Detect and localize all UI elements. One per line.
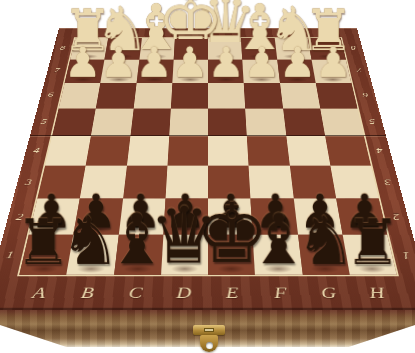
latch-hasp (200, 335, 218, 352)
square-c7: ♟ (136, 60, 173, 83)
square-c5 (130, 108, 171, 136)
square-e4 (208, 136, 249, 166)
file-label-e: E (208, 284, 257, 302)
light-pawn-c7: ♟ (136, 41, 173, 83)
square-d7: ♟ (172, 60, 208, 83)
square-d1: ♛ (161, 235, 208, 275)
light-pawn-d7: ♟ (171, 41, 208, 83)
chess-set-product-photo: ♜♞♝♚♛♝♞♜♟♟♟♟♟♟♟♟♟♟♟♟♟♟♟♟♜♞♝♛♚♝♞♜ ABCDEFG… (0, 0, 415, 353)
file-label-d: D (159, 284, 208, 302)
square-b1: ♞ (66, 235, 118, 275)
latch-hole (206, 342, 213, 349)
square-d6 (171, 83, 208, 108)
square-b6 (96, 83, 136, 108)
light-pawn-a7: ♟ (64, 41, 101, 83)
file-label-g: G (303, 284, 354, 302)
square-a4 (45, 136, 91, 166)
light-pawn-b7: ♟ (100, 41, 137, 83)
brass-latch (193, 325, 225, 352)
fold-seam (30, 135, 386, 136)
square-a6 (59, 83, 101, 108)
dark-knight-b1: ♞ (60, 208, 120, 275)
square-d5 (169, 108, 208, 136)
file-label-h: H (351, 284, 403, 302)
square-f5 (245, 108, 286, 136)
square-h6 (316, 83, 358, 108)
square-c6 (133, 83, 172, 108)
square-g5 (283, 108, 325, 136)
latch-plate (193, 325, 225, 335)
square-f7: ♟ (242, 60, 279, 83)
light-pawn-h7: ♟ (315, 41, 352, 83)
square-h4 (325, 136, 371, 166)
dark-queen-d1: ♛ (149, 196, 219, 274)
square-b5 (91, 108, 133, 136)
chess-board: ♜♞♝♚♛♝♞♜♟♟♟♟♟♟♟♟♟♟♟♟♟♟♟♟♜♞♝♛♚♝♞♜ (17, 37, 399, 276)
square-e7: ♟ (208, 60, 244, 83)
square-g1: ♞ (298, 235, 350, 275)
square-a5 (52, 108, 96, 136)
file-label-b: B (62, 284, 113, 302)
dark-knight-g1: ♞ (296, 208, 356, 275)
square-f6 (244, 83, 283, 108)
light-pawn-g7: ♟ (279, 41, 316, 83)
square-h5 (320, 108, 364, 136)
square-d4 (167, 136, 208, 166)
file-label-a: A (13, 284, 65, 302)
square-g4 (286, 136, 330, 166)
light-pawn-e7: ♟ (207, 41, 244, 83)
square-g7: ♟ (277, 60, 316, 83)
file-labels: ABCDEFGH (12, 281, 403, 305)
light-pawn-f7: ♟ (243, 41, 280, 83)
board-frame: ♜♞♝♚♛♝♞♜♟♟♟♟♟♟♟♟♟♟♟♟♟♟♟♟♜♞♝♛♚♝♞♜ ABCDEFG… (0, 28, 415, 310)
board-scene: ♜♞♝♚♛♝♞♜♟♟♟♟♟♟♟♟♟♟♟♟♟♟♟♟♜♞♝♛♚♝♞♜ ABCDEFG… (0, 0, 415, 353)
latch-slot (204, 328, 214, 332)
square-c4 (127, 136, 170, 166)
file-label-f: F (256, 284, 306, 302)
square-e6 (208, 83, 245, 108)
square-h7: ♟ (311, 60, 351, 83)
square-b7: ♟ (100, 60, 139, 83)
square-g6 (280, 83, 320, 108)
file-label-c: C (110, 284, 160, 302)
square-f4 (247, 136, 290, 166)
square-e5 (208, 108, 247, 136)
square-b4 (86, 136, 130, 166)
square-a7: ♟ (65, 60, 105, 83)
